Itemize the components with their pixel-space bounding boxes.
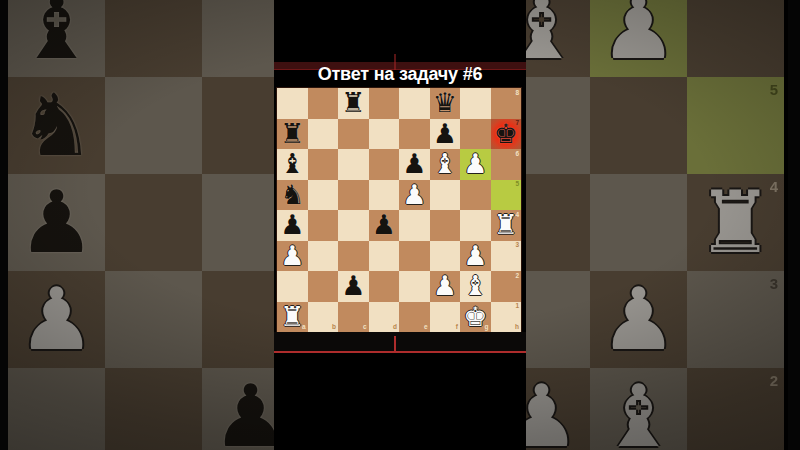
piece-black-king: ♚ [494, 119, 518, 150]
square-b4 [308, 210, 339, 241]
square-h7: ♚7 [491, 119, 522, 150]
square-a5: ♞ [8, 77, 105, 174]
square-c4 [338, 210, 369, 241]
square-h5: 5 [687, 77, 784, 174]
file-label-g: g [485, 324, 489, 331]
rank-label-4: 4 [770, 178, 778, 195]
puzzle-board: ♜♛8♜♟♚7♝♟♝♟6♞♟5♟♟♜4♟♟3♟♟♝2♜abcdef♚g1h [276, 87, 522, 333]
rank-label-8: 8 [515, 90, 519, 97]
square-e6: ♟ [399, 149, 430, 180]
square-a5: ♞ [277, 180, 308, 211]
square-b6 [105, 0, 202, 77]
square-h3: 3 [491, 241, 522, 272]
square-d5 [369, 180, 400, 211]
square-a6: ♝ [8, 0, 105, 77]
square-g4 [460, 210, 491, 241]
square-g2: ♝ [460, 271, 491, 302]
square-a1: ♜a [277, 302, 308, 333]
piece-white-pawn: ♟ [18, 271, 95, 368]
square-c2: ♟ [338, 271, 369, 302]
red-marker-hline [274, 351, 526, 353]
square-a3: ♟ [8, 271, 105, 368]
square-e8 [399, 88, 430, 119]
piece-white-rook: ♜ [697, 174, 774, 271]
square-d4: ♟ [369, 210, 400, 241]
square-h4: ♜4 [687, 174, 784, 271]
piece-white-pawn: ♟ [600, 271, 677, 368]
square-b2 [105, 368, 202, 450]
square-b5 [308, 180, 339, 211]
square-b5 [105, 77, 202, 174]
piece-black-pawn: ♟ [433, 119, 457, 150]
left-edge-bar [0, 0, 8, 450]
square-b3 [308, 241, 339, 272]
square-g8 [460, 88, 491, 119]
square-d1: d [369, 302, 400, 333]
square-b8 [308, 88, 339, 119]
square-g4 [590, 174, 687, 271]
rank-label-5: 5 [515, 181, 519, 188]
piece-white-pawn: ♟ [600, 0, 677, 77]
piece-white-pawn: ♟ [280, 241, 304, 272]
piece-white-pawn: ♟ [402, 180, 426, 211]
square-f2: ♟ [430, 271, 461, 302]
square-e2 [399, 271, 430, 302]
piece-black-pawn: ♟ [402, 149, 426, 180]
square-e1: e [399, 302, 430, 333]
square-f8: ♛ [430, 88, 461, 119]
piece-black-pawn: ♟ [341, 271, 365, 302]
square-f5 [430, 180, 461, 211]
piece-white-rook: ♜ [280, 302, 304, 333]
video-strip: Ответ на задачу #6 ♜♛8♜♟♚7♝♟♝♟6♞♟5♟♟♜4♟♟… [274, 0, 526, 450]
square-h6: 6 [491, 149, 522, 180]
rank-label-3: 3 [515, 242, 519, 249]
square-a2 [277, 271, 308, 302]
square-c1: c [338, 302, 369, 333]
piece-white-bishop: ♝ [600, 368, 677, 450]
piece-black-knight: ♞ [18, 77, 95, 174]
square-b2 [308, 271, 339, 302]
piece-white-pawn: ♟ [463, 241, 487, 272]
square-c7 [338, 119, 369, 150]
rank-label-5: 5 [770, 81, 778, 98]
rank-label-4: 4 [515, 212, 519, 219]
square-g6: ♟ [460, 149, 491, 180]
square-h2: 2 [491, 271, 522, 302]
square-d6 [369, 149, 400, 180]
square-e3 [399, 241, 430, 272]
square-g2: ♝ [590, 368, 687, 450]
square-c8: ♜ [338, 88, 369, 119]
square-a2 [8, 368, 105, 450]
rank-label-6: 6 [770, 0, 778, 1]
piece-white-pawn: ♟ [433, 271, 457, 302]
piece-black-pawn: ♟ [280, 210, 304, 241]
square-h5: 5 [491, 180, 522, 211]
square-d3 [369, 241, 400, 272]
square-c6 [338, 149, 369, 180]
piece-black-queen: ♛ [433, 88, 457, 119]
video-frame: ♜♛8♜♟♚7♝♟♝♟6♞♟5♟♟♜4♟♟3♟♟♝2♜♚1 Ответ на з… [0, 0, 800, 450]
square-e4 [399, 210, 430, 241]
rank-label-7: 7 [515, 120, 519, 127]
square-f4 [430, 210, 461, 241]
file-label-d: d [393, 324, 397, 331]
square-d7 [369, 119, 400, 150]
piece-black-pawn: ♟ [372, 210, 396, 241]
file-label-b: b [332, 324, 336, 331]
piece-black-knight: ♞ [280, 180, 304, 211]
square-f7: ♟ [430, 119, 461, 150]
file-label-f: f [456, 324, 458, 331]
rank-label-6: 6 [515, 151, 519, 158]
square-h2: 2 [687, 368, 784, 450]
square-h1: 1h [491, 302, 522, 333]
square-f6: ♝ [430, 149, 461, 180]
square-b4 [105, 174, 202, 271]
square-b3 [105, 271, 202, 368]
square-a6: ♝ [277, 149, 308, 180]
square-e7 [399, 119, 430, 150]
piece-black-rook: ♜ [280, 119, 304, 150]
square-f1: f [430, 302, 461, 333]
piece-black-pawn: ♟ [18, 174, 95, 271]
square-h6: 6 [687, 0, 784, 77]
piece-white-rook: ♜ [494, 210, 518, 241]
red-marker-vline-bottom [394, 336, 396, 353]
file-label-a: a [302, 324, 306, 331]
square-d2 [369, 271, 400, 302]
square-c5 [338, 180, 369, 211]
square-a4: ♟ [277, 210, 308, 241]
square-a8 [277, 88, 308, 119]
square-h4: ♜4 [491, 210, 522, 241]
square-a4: ♟ [8, 174, 105, 271]
rank-label-1: 1 [515, 303, 519, 310]
square-f3 [430, 241, 461, 272]
piece-white-bishop: ♝ [463, 271, 487, 302]
square-c3 [338, 241, 369, 272]
lower-dark-band [274, 332, 526, 352]
rank-label-2: 2 [515, 273, 519, 280]
piece-black-rook: ♜ [341, 88, 365, 119]
file-label-c: c [363, 324, 367, 331]
piece-black-bishop: ♝ [18, 0, 95, 77]
square-g7 [460, 119, 491, 150]
square-h8: 8 [491, 88, 522, 119]
rank-label-3: 3 [770, 275, 778, 292]
square-g3: ♟ [590, 271, 687, 368]
piece-white-pawn: ♟ [463, 149, 487, 180]
square-g1: ♚g [460, 302, 491, 333]
square-g6: ♟ [590, 0, 687, 77]
video-title: Ответ на задачу #6 [274, 62, 526, 87]
square-a7: ♜ [277, 119, 308, 150]
piece-black-bishop: ♝ [280, 149, 304, 180]
square-g5 [590, 77, 687, 174]
piece-white-bishop: ♝ [433, 149, 457, 180]
square-e5: ♟ [399, 180, 430, 211]
square-g5 [460, 180, 491, 211]
square-a3: ♟ [277, 241, 308, 272]
square-d8 [369, 88, 400, 119]
right-edge-bar [788, 0, 800, 450]
file-label-e: e [424, 324, 428, 331]
square-b1: b [308, 302, 339, 333]
square-b6 [308, 149, 339, 180]
square-g3: ♟ [460, 241, 491, 272]
square-b7 [308, 119, 339, 150]
square-h3: 3 [687, 271, 784, 368]
file-label-h: h [515, 324, 519, 331]
rank-label-2: 2 [770, 372, 778, 389]
